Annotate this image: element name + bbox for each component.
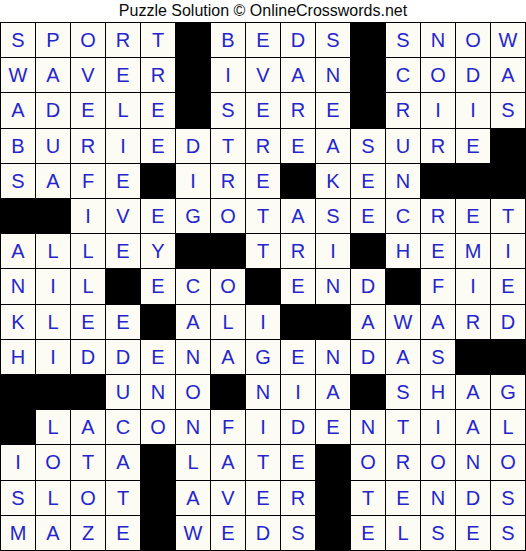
letter-cell: E xyxy=(106,516,140,550)
black-cell xyxy=(491,129,525,163)
letter-cell: R xyxy=(386,93,420,127)
letter-cell: W xyxy=(491,23,525,57)
black-cell xyxy=(491,340,525,374)
letter-cell: C xyxy=(176,269,210,303)
letter-cell: I xyxy=(491,234,525,268)
letter-cell: I xyxy=(36,340,70,374)
letter-cell: O xyxy=(211,199,245,233)
letter-cell: O xyxy=(36,445,70,479)
black-cell xyxy=(141,445,175,479)
letter-cell: E xyxy=(351,199,385,233)
letter-cell: A xyxy=(491,58,525,92)
letter-cell: S xyxy=(421,340,455,374)
letter-cell: I xyxy=(316,234,350,268)
letter-cell: T xyxy=(386,410,420,444)
letter-cell: I xyxy=(211,58,245,92)
letter-cell: T xyxy=(246,445,280,479)
letter-cell: E xyxy=(456,129,490,163)
letter-cell: R xyxy=(456,305,490,339)
black-cell xyxy=(351,375,385,409)
letter-cell: M xyxy=(1,516,35,550)
letter-cell: S xyxy=(421,516,455,550)
letter-cell: R xyxy=(106,23,140,57)
letter-cell: A xyxy=(1,93,35,127)
letter-cell: E xyxy=(106,58,140,92)
letter-cell: I xyxy=(281,375,315,409)
black-cell xyxy=(351,234,385,268)
letter-cell: E xyxy=(106,305,140,339)
letter-cell: E xyxy=(141,340,175,374)
letter-cell: E xyxy=(351,164,385,198)
letter-cell: A xyxy=(1,234,35,268)
letter-cell: T xyxy=(351,481,385,515)
black-cell xyxy=(211,234,245,268)
black-cell xyxy=(176,234,210,268)
black-cell xyxy=(71,375,105,409)
letter-cell: M xyxy=(456,234,490,268)
letter-cell: D xyxy=(491,305,525,339)
letter-cell: G xyxy=(246,340,280,374)
letter-cell: N xyxy=(386,164,420,198)
letter-cell: W xyxy=(176,516,210,550)
letter-cell: E xyxy=(281,269,315,303)
letter-cell: R xyxy=(246,129,280,163)
letter-cell: F xyxy=(211,410,245,444)
letter-cell: C xyxy=(386,58,420,92)
letter-cell: Y xyxy=(141,234,175,268)
letter-cell: A xyxy=(456,375,490,409)
letter-cell: C xyxy=(386,199,420,233)
letter-cell: E xyxy=(71,93,105,127)
letter-cell: A xyxy=(36,58,70,92)
black-cell xyxy=(1,410,35,444)
letter-cell: E xyxy=(281,445,315,479)
letter-cell: R xyxy=(281,481,315,515)
letter-cell: E xyxy=(351,516,385,550)
black-cell xyxy=(386,269,420,303)
letter-cell: D xyxy=(351,269,385,303)
letter-cell: L xyxy=(176,445,210,479)
letter-cell: N xyxy=(456,445,490,479)
letter-cell: L xyxy=(106,93,140,127)
black-cell xyxy=(1,375,35,409)
letter-cell: I xyxy=(176,164,210,198)
letter-cell: V xyxy=(106,199,140,233)
letter-cell: D xyxy=(281,23,315,57)
letter-cell: S xyxy=(491,93,525,127)
black-cell xyxy=(316,481,350,515)
letter-cell: O xyxy=(491,445,525,479)
letter-cell: F xyxy=(421,269,455,303)
letter-cell: O xyxy=(71,481,105,515)
letter-cell: L xyxy=(491,410,525,444)
letter-cell: N xyxy=(316,58,350,92)
letter-cell: E xyxy=(71,305,105,339)
letter-cell: V xyxy=(211,481,245,515)
letter-cell: H xyxy=(386,234,420,268)
black-cell xyxy=(316,445,350,479)
letter-cell: I xyxy=(36,269,70,303)
letter-cell: N xyxy=(421,481,455,515)
letter-cell: A xyxy=(211,445,245,479)
letter-cell: R xyxy=(386,445,420,479)
letter-cell: C xyxy=(106,410,140,444)
black-cell xyxy=(281,305,315,339)
letter-cell: S xyxy=(491,516,525,550)
letter-cell: T xyxy=(106,481,140,515)
letter-cell: O xyxy=(176,375,210,409)
letter-cell: B xyxy=(211,23,245,57)
black-cell xyxy=(176,93,210,127)
letter-cell: E xyxy=(141,129,175,163)
letter-cell: D xyxy=(176,129,210,163)
black-cell xyxy=(281,164,315,198)
letter-cell: D xyxy=(246,516,280,550)
letter-cell: S xyxy=(386,375,420,409)
letter-cell: N xyxy=(246,375,280,409)
letter-cell: R xyxy=(281,234,315,268)
letter-cell: E xyxy=(281,129,315,163)
black-cell xyxy=(316,305,350,339)
letter-cell: I xyxy=(246,410,280,444)
letter-cell: O xyxy=(211,269,245,303)
letter-cell: E xyxy=(246,23,280,57)
black-cell xyxy=(1,199,35,233)
title-bar: Puzzle Solution © OnlineCrosswords.net xyxy=(0,0,526,22)
letter-cell: R xyxy=(421,199,455,233)
letter-cell: T xyxy=(71,445,105,479)
letter-cell: T xyxy=(491,199,525,233)
black-cell xyxy=(141,164,175,198)
letter-cell: E xyxy=(106,164,140,198)
letter-cell: E xyxy=(141,93,175,127)
letter-cell: B xyxy=(1,129,35,163)
letter-cell: N xyxy=(316,340,350,374)
letter-cell: T xyxy=(246,199,280,233)
letter-cell: K xyxy=(316,164,350,198)
letter-cell: I xyxy=(421,410,455,444)
letter-cell: H xyxy=(421,375,455,409)
letter-cell: S xyxy=(1,23,35,57)
letter-cell: D xyxy=(71,340,105,374)
letter-cell: R xyxy=(211,164,245,198)
letter-cell: O xyxy=(421,58,455,92)
letter-cell: I xyxy=(246,305,280,339)
letter-cell: R xyxy=(421,129,455,163)
letter-cell: A xyxy=(106,445,140,479)
letter-cell: E xyxy=(456,516,490,550)
letter-cell: A xyxy=(36,516,70,550)
black-cell xyxy=(141,481,175,515)
letter-cell: L xyxy=(211,305,245,339)
letter-cell: L xyxy=(36,481,70,515)
letter-cell: O xyxy=(351,445,385,479)
letter-cell: I xyxy=(456,269,490,303)
letter-cell: A xyxy=(176,481,210,515)
letter-cell: A xyxy=(456,410,490,444)
letter-cell: A xyxy=(421,305,455,339)
crossword-solution-page: Puzzle Solution © OnlineCrosswords.net S… xyxy=(0,0,526,551)
letter-cell: E xyxy=(246,164,280,198)
letter-cell: A xyxy=(316,129,350,163)
letter-cell: S xyxy=(281,516,315,550)
letter-cell: D xyxy=(351,340,385,374)
letter-cell: E xyxy=(421,234,455,268)
letter-cell: N xyxy=(351,410,385,444)
letter-cell: O xyxy=(71,23,105,57)
letter-cell: S xyxy=(491,481,525,515)
letter-cell: I xyxy=(106,129,140,163)
letter-cell: E xyxy=(281,340,315,374)
letter-cell: W xyxy=(1,58,35,92)
letter-cell: D xyxy=(456,481,490,515)
black-cell xyxy=(246,269,280,303)
black-cell xyxy=(421,164,455,198)
letter-cell: S xyxy=(316,23,350,57)
black-cell xyxy=(211,375,245,409)
letter-cell: A xyxy=(351,305,385,339)
black-cell xyxy=(316,516,350,550)
letter-cell: L xyxy=(71,269,105,303)
letter-cell: S xyxy=(1,481,35,515)
letter-cell: E xyxy=(246,93,280,127)
letter-cell: A xyxy=(176,305,210,339)
black-cell xyxy=(141,516,175,550)
letter-cell: E xyxy=(456,199,490,233)
letter-cell: L xyxy=(71,234,105,268)
letter-cell: G xyxy=(491,375,525,409)
letter-cell: L xyxy=(36,305,70,339)
letter-cell: E xyxy=(106,234,140,268)
letter-cell: T xyxy=(211,129,245,163)
black-cell xyxy=(456,164,490,198)
letter-cell: E xyxy=(316,410,350,444)
letter-cell: S xyxy=(211,93,245,127)
letter-cell: E xyxy=(211,516,245,550)
black-cell xyxy=(36,375,70,409)
letter-cell: O xyxy=(456,23,490,57)
letter-cell: H xyxy=(1,340,35,374)
letter-cell: D xyxy=(456,58,490,92)
letter-cell: I xyxy=(421,93,455,127)
black-cell xyxy=(351,23,385,57)
letter-cell: D xyxy=(281,410,315,444)
letter-cell: E xyxy=(316,93,350,127)
letter-cell: F xyxy=(71,164,105,198)
letter-cell: I xyxy=(1,445,35,479)
black-cell xyxy=(176,23,210,57)
black-cell xyxy=(36,199,70,233)
letter-cell: E xyxy=(141,199,175,233)
letter-cell: L xyxy=(386,516,420,550)
letter-cell: I xyxy=(71,199,105,233)
letter-cell: E xyxy=(141,269,175,303)
letter-cell: A xyxy=(386,340,420,374)
crossword-grid: SPORTBEDSSNOWWAVERIVANCODAADELESERERIISB… xyxy=(0,22,526,551)
letter-cell: R xyxy=(281,93,315,127)
letter-cell: E xyxy=(386,481,420,515)
letter-cell: N xyxy=(316,269,350,303)
letter-cell: P xyxy=(36,23,70,57)
letter-cell: K xyxy=(1,305,35,339)
letter-cell: N xyxy=(1,269,35,303)
letter-cell: U xyxy=(36,129,70,163)
letter-cell: A xyxy=(281,58,315,92)
letter-cell: O xyxy=(421,445,455,479)
letter-cell: S xyxy=(386,23,420,57)
letter-cell: A xyxy=(316,375,350,409)
letter-cell: R xyxy=(71,129,105,163)
black-cell xyxy=(456,340,490,374)
black-cell xyxy=(141,305,175,339)
letter-cell: V xyxy=(71,58,105,92)
letter-cell: A xyxy=(71,410,105,444)
letter-cell: N xyxy=(421,23,455,57)
letter-cell: D xyxy=(106,340,140,374)
letter-cell: S xyxy=(1,164,35,198)
letter-cell: W xyxy=(386,305,420,339)
letter-cell: S xyxy=(351,129,385,163)
letter-cell: A xyxy=(36,164,70,198)
letter-cell: N xyxy=(176,340,210,374)
letter-cell: E xyxy=(246,481,280,515)
letter-cell: A xyxy=(281,199,315,233)
letter-cell: T xyxy=(246,234,280,268)
letter-cell: D xyxy=(36,93,70,127)
letter-cell: L xyxy=(36,234,70,268)
letter-cell: O xyxy=(141,410,175,444)
letter-cell: A xyxy=(211,340,245,374)
letter-cell: L xyxy=(36,410,70,444)
letter-cell: E xyxy=(491,269,525,303)
letter-cell: R xyxy=(141,58,175,92)
letter-cell: U xyxy=(106,375,140,409)
black-cell xyxy=(106,269,140,303)
letter-cell: G xyxy=(176,199,210,233)
letter-cell: V xyxy=(246,58,280,92)
letter-cell: I xyxy=(456,93,490,127)
page-title: Puzzle Solution © OnlineCrosswords.net xyxy=(119,1,407,21)
letter-cell: N xyxy=(141,375,175,409)
letter-cell: N xyxy=(176,410,210,444)
letter-cell: T xyxy=(141,23,175,57)
black-cell xyxy=(351,58,385,92)
black-cell xyxy=(491,164,525,198)
black-cell xyxy=(176,58,210,92)
black-cell xyxy=(351,93,385,127)
letter-cell: U xyxy=(386,129,420,163)
letter-cell: S xyxy=(316,199,350,233)
letter-cell: Z xyxy=(71,516,105,550)
